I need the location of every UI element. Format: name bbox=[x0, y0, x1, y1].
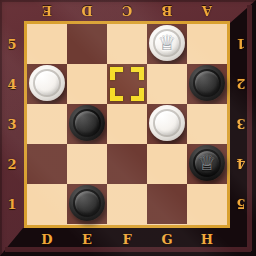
coordinate-label-bottom-4: G bbox=[147, 228, 187, 250]
square-G1[interactable] bbox=[147, 184, 187, 224]
square-F4[interactable] bbox=[107, 64, 147, 104]
white-king-G5[interactable]: ♕ bbox=[149, 25, 185, 61]
square-H3[interactable] bbox=[187, 104, 227, 144]
coordinate-label-right-1: 1 bbox=[230, 24, 252, 64]
square-G5[interactable]: ♕ bbox=[147, 24, 187, 64]
square-F3[interactable] bbox=[107, 104, 147, 144]
selection-brackets bbox=[110, 67, 144, 101]
coordinate-label-left-3: 3 bbox=[0, 104, 24, 144]
black-man-H4[interactable] bbox=[189, 65, 225, 101]
white-man-D4[interactable] bbox=[29, 65, 65, 101]
square-E2[interactable] bbox=[67, 144, 107, 184]
square-H2[interactable]: ♕ bbox=[187, 144, 227, 184]
coordinate-label-right-4: 4 bbox=[230, 144, 252, 184]
top-coordinates: E D C B A bbox=[27, 0, 227, 21]
crown-icon: ♕ bbox=[189, 145, 225, 181]
coordinate-label-left-4: 2 bbox=[0, 144, 24, 184]
square-H5[interactable] bbox=[187, 24, 227, 64]
coordinate-label-right-2: 2 bbox=[230, 64, 252, 104]
square-G4[interactable] bbox=[147, 64, 187, 104]
coordinate-label-top-4: B bbox=[147, 0, 187, 21]
square-D3[interactable] bbox=[27, 104, 67, 144]
black-man-E3[interactable] bbox=[69, 105, 105, 141]
square-E4[interactable] bbox=[67, 64, 107, 104]
square-H4[interactable] bbox=[187, 64, 227, 104]
square-G3[interactable] bbox=[147, 104, 187, 144]
coordinate-label-bottom-2: E bbox=[67, 228, 107, 250]
coordinate-label-left-5: 1 bbox=[0, 184, 24, 224]
board-grid: ♕♕ bbox=[27, 24, 227, 224]
selection-corner-tl bbox=[110, 67, 123, 80]
crown-icon: ♕ bbox=[149, 25, 185, 61]
board: ♕♕ bbox=[24, 21, 230, 228]
square-H1[interactable] bbox=[187, 184, 227, 224]
coordinate-label-top-5: A bbox=[187, 0, 227, 21]
square-E5[interactable] bbox=[67, 24, 107, 64]
selection-corner-tr bbox=[131, 67, 144, 80]
coordinate-label-top-1: E bbox=[27, 0, 67, 21]
black-man-E1[interactable] bbox=[69, 185, 105, 221]
square-D5[interactable] bbox=[27, 24, 67, 64]
coordinate-label-right-3: 3 bbox=[230, 104, 252, 144]
square-G2[interactable] bbox=[147, 144, 187, 184]
coordinate-label-bottom-5: H bbox=[187, 228, 227, 250]
square-F5[interactable] bbox=[107, 24, 147, 64]
coordinate-label-bottom-1: D bbox=[27, 228, 67, 250]
coordinate-label-left-2: 4 bbox=[0, 64, 24, 104]
square-E3[interactable] bbox=[67, 104, 107, 144]
coordinate-label-bottom-3: F bbox=[107, 228, 147, 250]
square-F2[interactable] bbox=[107, 144, 147, 184]
bottom-coordinates: D E F G H bbox=[27, 228, 227, 250]
square-F1[interactable] bbox=[107, 184, 147, 224]
black-king-H2[interactable]: ♕ bbox=[189, 145, 225, 181]
coordinate-label-top-3: C bbox=[107, 0, 147, 21]
selection-corner-br bbox=[131, 88, 144, 101]
square-D4[interactable] bbox=[27, 64, 67, 104]
white-man-G3[interactable] bbox=[149, 105, 185, 141]
right-coordinates: 1 2 3 4 5 bbox=[230, 24, 252, 224]
selection-corner-bl bbox=[110, 88, 123, 101]
coordinate-label-right-5: 5 bbox=[230, 184, 252, 224]
left-coordinates: 5 4 3 2 1 bbox=[0, 24, 24, 224]
coordinate-label-left-1: 5 bbox=[0, 24, 24, 64]
square-D2[interactable] bbox=[27, 144, 67, 184]
square-E1[interactable] bbox=[67, 184, 107, 224]
checkers-app: ♕♕ E D C B A D E F G H 5 4 3 2 1 1 2 3 4… bbox=[0, 0, 256, 256]
coordinate-label-top-2: D bbox=[67, 0, 107, 21]
square-D1[interactable] bbox=[27, 184, 67, 224]
